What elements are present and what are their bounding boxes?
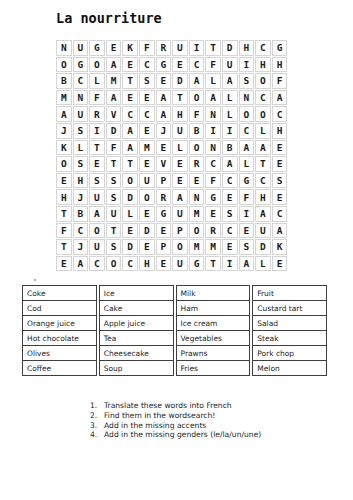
grid-cell: U (172, 123, 188, 139)
grid-cell: I (222, 123, 238, 139)
grid-cell: E (56, 173, 72, 189)
grid-cell: L (255, 123, 271, 139)
grid-cell: A (106, 57, 122, 73)
grid-cell: L (172, 140, 188, 156)
grid-cell: S (73, 156, 89, 172)
grid-cell: C (139, 57, 155, 73)
table-cell: Vegetables (176, 330, 251, 346)
grid-cell: T (122, 156, 138, 172)
grid-cell: F (239, 189, 255, 205)
grid-cell: F (139, 40, 155, 56)
grid-cell: I (189, 40, 205, 56)
grid-cell: U (222, 57, 238, 73)
grid-cell: C (73, 73, 89, 89)
grid-cell: O (239, 106, 255, 122)
grid-cell: K (56, 140, 72, 156)
grid-cell: F (56, 223, 72, 239)
table-cell: Hot chocolate (22, 330, 97, 346)
grid-cell: A (272, 90, 288, 106)
grid-cell: S (222, 206, 238, 222)
grid-cell: N (239, 90, 255, 106)
grid-cell: S (139, 73, 155, 89)
grid-cell: R (156, 189, 172, 205)
table-cell: Prawns (176, 345, 251, 361)
table-cell: Steak (252, 330, 327, 346)
grid-cell: A (172, 189, 188, 205)
grid-cell: I (239, 206, 255, 222)
grid-cell: C (239, 123, 255, 139)
grid-cell: M (189, 239, 205, 255)
grid-cell: U (255, 223, 271, 239)
grid-cell: A (89, 206, 105, 222)
instruction-text: Translate these words into French (104, 401, 232, 410)
table-cell: Milk (176, 285, 251, 301)
grid-cell: A (222, 73, 238, 89)
grid-cell: E (56, 256, 72, 272)
grid-cell: F (205, 173, 221, 189)
table-row: CodCakeHamCustard tart (22, 300, 327, 316)
grid-cell: U (172, 256, 188, 272)
grid-cell: H (255, 57, 271, 73)
grid-cell: D (139, 223, 155, 239)
grid-cell: C (272, 206, 288, 222)
table-row: CoffeeSoupFriesMelon (22, 360, 327, 376)
wordsearch-grid: NUGEKFRUITDHCGOGOAECGECFUIHHBCLMTSEDALAS… (56, 40, 287, 271)
grid-cell: D (122, 239, 138, 255)
grid-cell: G (73, 57, 89, 73)
grid-cell: V (106, 106, 122, 122)
table-cell: Ham (176, 300, 251, 316)
grid-cell: C (272, 106, 288, 122)
grid-cell: E (139, 90, 155, 106)
instruction-number: 4. (90, 430, 104, 439)
table-cell: Pork chop (252, 345, 327, 361)
instruction-text: Find them in the wordsearch! (104, 411, 215, 420)
table-cell: Ice (99, 285, 174, 301)
grid-cell: M (139, 140, 155, 156)
grid-cell: L (222, 90, 238, 106)
grid-cell: T (172, 90, 188, 106)
grid-cell: O (89, 223, 105, 239)
grid-cell: O (255, 73, 271, 89)
table-cell: Ice cream (176, 315, 251, 331)
table-cell: Fruit (252, 285, 327, 301)
grid-cell: E (122, 57, 138, 73)
table-row: CokeIceMilkFruit (22, 285, 327, 301)
grid-cell: E (189, 173, 205, 189)
grid-cell: D (122, 189, 138, 205)
grid-cell: M (189, 206, 205, 222)
grid-cell: N (189, 189, 205, 205)
grid-cell: O (189, 140, 205, 156)
grid-cell: O (106, 256, 122, 272)
grid-cell: T (205, 40, 221, 56)
grid-cell: D (172, 73, 188, 89)
instruction-item: 2.Find them in the wordsearch! (90, 411, 261, 421)
grid-cell: U (73, 40, 89, 56)
grid-cell: D (255, 239, 271, 255)
grid-cell: O (56, 57, 72, 73)
grid-cell: D (106, 123, 122, 139)
table-cell: Melon (252, 360, 327, 376)
grid-cell: F (189, 106, 205, 122)
grid-cell: L (255, 256, 271, 272)
grid-cell: O (189, 223, 205, 239)
grid-cell: E (122, 90, 138, 106)
grid-cell: O (139, 189, 155, 205)
grid-cell: E (272, 156, 288, 172)
table-cell: Cake (99, 300, 174, 316)
grid-cell: E (172, 57, 188, 73)
word-table: CokeIceMilkFruitCodCakeHamCustard tartOr… (22, 285, 327, 376)
grid-cell: R (89, 106, 105, 122)
grid-cell: L (122, 206, 138, 222)
grid-cell: C (255, 90, 271, 106)
grid-cell: K (272, 239, 288, 255)
grid-cell: S (239, 239, 255, 255)
grid-cell: A (222, 156, 238, 172)
grid-cell: E (156, 140, 172, 156)
instruction-item: 1.Translate these words into French (90, 401, 261, 411)
grid-cell: A (239, 140, 255, 156)
table-cell: Coffee (22, 360, 97, 376)
grid-cell: F (89, 90, 105, 106)
grid-cell: J (73, 189, 89, 205)
grid-cell: I (222, 256, 238, 272)
grid-cell: F (272, 73, 288, 89)
table-cell: Olives (22, 345, 97, 361)
grid-cell: L (89, 73, 105, 89)
grid-cell: B (73, 206, 89, 222)
grid-cell: B (56, 73, 72, 89)
table-cell: Soup (99, 360, 174, 376)
grid-cell: P (172, 223, 188, 239)
grid-cell: N (205, 140, 221, 156)
table-row: OlivesCheesecakePrawnsPork chop (22, 345, 327, 361)
grid-cell: E (272, 140, 288, 156)
grid-cell: K (122, 40, 138, 56)
grid-cell: T (56, 206, 72, 222)
grid-cell: E (272, 256, 288, 272)
grid-cell: H (73, 173, 89, 189)
grid-cell: H (272, 123, 288, 139)
grid-cell: E (172, 173, 188, 189)
grid-cell: U (89, 239, 105, 255)
grid-cell: I (205, 123, 221, 139)
grid-cell: E (222, 239, 238, 255)
grid-cell: C (205, 156, 221, 172)
instruction-item: 4.Add in the missing genders (le/la/un/u… (90, 430, 261, 440)
grid-cell: H (139, 256, 155, 272)
grid-cell: N (73, 90, 89, 106)
table-cell: Orange juice (22, 315, 97, 331)
grid-cell: E (139, 239, 155, 255)
grid-cell: T (106, 156, 122, 172)
grid-cell: H (172, 106, 188, 122)
grid-cell: A (156, 106, 172, 122)
grid-cell: T (89, 140, 105, 156)
table-cell: Apple juice (99, 315, 174, 331)
grid-cell: G (156, 206, 172, 222)
table-row: Orange juiceApple juiceIce creamSalad (22, 315, 327, 331)
grid-cell: A (73, 256, 89, 272)
grid-cell: T (122, 73, 138, 89)
grid-cell: I (89, 123, 105, 139)
grid-cell: B (222, 140, 238, 156)
grid-cell: N (205, 106, 221, 122)
grid-cell: M (106, 73, 122, 89)
grid-cell: G (89, 40, 105, 56)
grid-cell: E (139, 206, 155, 222)
grid-cell: P (156, 239, 172, 255)
grid-cell: N (56, 40, 72, 56)
table-cell: Tea (99, 330, 174, 346)
grid-cell: S (73, 123, 89, 139)
grid-cell: A (122, 140, 138, 156)
grid-cell: G (272, 40, 288, 56)
grid-cell: T (255, 156, 271, 172)
instruction-number: 3. (90, 421, 104, 430)
grid-cell: E (156, 256, 172, 272)
grid-cell: V (156, 156, 172, 172)
grid-cell: I (239, 57, 255, 73)
grid-cell: G (205, 189, 221, 205)
grid-cell: S (106, 173, 122, 189)
grid-cell: J (156, 123, 172, 139)
grid-cell: A (255, 206, 271, 222)
grid-cell: O (56, 156, 72, 172)
page-title: La nourriture (56, 10, 162, 26)
grid-cell: D (222, 40, 238, 56)
grid-cell: A (56, 106, 72, 122)
grid-cell: E (172, 156, 188, 172)
grid-cell: E (272, 189, 288, 205)
grid-cell: A (255, 140, 271, 156)
grid-cell: C (139, 106, 155, 122)
stray-mark (34, 279, 36, 281)
instruction-text: Add in the missing accents (104, 421, 206, 430)
grid-cell: F (106, 140, 122, 156)
grid-cell: A (122, 123, 138, 139)
grid-cell: T (205, 256, 221, 272)
table-cell: Cod (22, 300, 97, 316)
grid-cell: U (172, 206, 188, 222)
grid-cell: T (106, 223, 122, 239)
grid-cell: U (89, 189, 105, 205)
grid-cell: O (122, 173, 138, 189)
grid-cell: F (205, 57, 221, 73)
grid-cell: G (189, 256, 205, 272)
grid-cell: H (272, 57, 288, 73)
grid-cell: L (239, 156, 255, 172)
instructions-list: 1.Translate these words into French2.Fin… (90, 401, 261, 440)
grid-cell: A (205, 90, 221, 106)
grid-cell: S (272, 173, 288, 189)
grid-cell: E (122, 223, 138, 239)
grid-cell: C (73, 223, 89, 239)
table-cell: Coke (22, 285, 97, 301)
grid-cell: O (89, 57, 105, 73)
grid-cell: A (239, 256, 255, 272)
instruction-number: 2. (90, 411, 104, 420)
table-cell: Salad (252, 315, 327, 331)
grid-cell: M (205, 239, 221, 255)
grid-cell: C (222, 223, 238, 239)
grid-cell: E (89, 156, 105, 172)
grid-cell: E (156, 73, 172, 89)
grid-cell: M (56, 90, 72, 106)
grid-cell: A (156, 90, 172, 106)
grid-cell: S (239, 73, 255, 89)
grid-cell: U (73, 106, 89, 122)
grid-cell: R (156, 40, 172, 56)
grid-cell: S (106, 189, 122, 205)
grid-cell: R (189, 156, 205, 172)
grid-cell: E (139, 156, 155, 172)
grid-cell: A (106, 90, 122, 106)
grid-cell: H (255, 189, 271, 205)
grid-cell: L (222, 106, 238, 122)
grid-cell: J (73, 239, 89, 255)
grid-cell: S (89, 173, 105, 189)
table-cell: Custard tart (252, 300, 327, 316)
grid-cell: C (222, 173, 238, 189)
grid-cell: E (205, 206, 221, 222)
grid-cell: G (239, 173, 255, 189)
grid-cell: T (56, 239, 72, 255)
grid-cell: E (156, 223, 172, 239)
grid-cell: C (189, 57, 205, 73)
grid-cell: A (189, 73, 205, 89)
grid-cell: B (189, 123, 205, 139)
instruction-text: Add in the missing genders (le/la/un/une… (104, 430, 261, 439)
grid-cell: L (73, 140, 89, 156)
grid-cell: U (106, 206, 122, 222)
grid-cell: L (205, 73, 221, 89)
table-cell: Cheesecake (99, 345, 174, 361)
grid-cell: U (139, 173, 155, 189)
grid-cell: P (156, 173, 172, 189)
grid-cell: U (172, 40, 188, 56)
grid-cell: C (122, 106, 138, 122)
grid-cell: O (255, 106, 271, 122)
grid-cell: O (189, 90, 205, 106)
grid-cell: C (255, 173, 271, 189)
grid-cell: E (139, 123, 155, 139)
grid-cell: H (239, 40, 255, 56)
grid-cell: A (272, 223, 288, 239)
worksheet-page: La nourriture NUGEKFRUITDHCGOGOAECGECFUI… (0, 0, 353, 500)
table-cell: Fries (176, 360, 251, 376)
grid-cell: J (56, 123, 72, 139)
grid-cell: O (172, 239, 188, 255)
instruction-number: 1. (90, 401, 104, 410)
grid-cell: R (205, 223, 221, 239)
grid-cell: C (89, 256, 105, 272)
grid-cell: E (239, 223, 255, 239)
grid-cell: S (106, 239, 122, 255)
grid-cell: E (222, 189, 238, 205)
grid-cell: G (156, 57, 172, 73)
grid-cell: H (56, 189, 72, 205)
instruction-item: 3.Add in the missing accents (90, 420, 261, 430)
grid-cell: E (106, 40, 122, 56)
table-row: Hot chocolateTeaVegetablesSteak (22, 330, 327, 346)
grid-cell: C (255, 40, 271, 56)
grid-cell: C (122, 256, 138, 272)
